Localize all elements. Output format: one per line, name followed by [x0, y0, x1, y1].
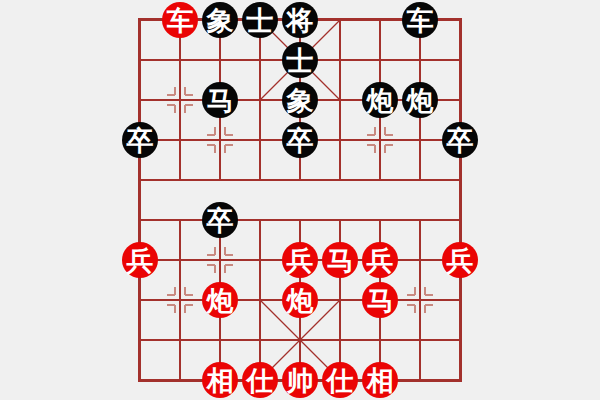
piece-red-cannon[interactable]: 炮 — [202, 282, 238, 318]
piece-black-general[interactable]: 将 — [282, 2, 318, 38]
piece-black-elephant[interactable]: 象 — [282, 82, 318, 118]
piece-black-advisor[interactable]: 士 — [282, 42, 318, 78]
piece-red-advisor[interactable]: 仕 — [242, 362, 278, 398]
piece-red-cannon[interactable]: 炮 — [282, 282, 318, 318]
piece-black-soldier[interactable]: 卒 — [122, 122, 158, 158]
piece-red-soldier[interactable]: 兵 — [442, 242, 478, 278]
piece-red-horse[interactable]: 马 — [322, 242, 358, 278]
xiangqi-screenshot: 车象士将车士马象炮炮卒卒卒卒兵兵马兵兵炮炮马相仕帅仕相 — [0, 0, 600, 400]
piece-red-chariot[interactable]: 车 — [162, 2, 198, 38]
piece-red-elephant[interactable]: 相 — [202, 362, 238, 398]
piece-red-soldier[interactable]: 兵 — [282, 242, 318, 278]
piece-black-horse[interactable]: 马 — [202, 82, 238, 118]
piece-red-soldier[interactable]: 兵 — [122, 242, 158, 278]
piece-red-horse[interactable]: 马 — [362, 282, 398, 318]
piece-black-soldier[interactable]: 卒 — [282, 122, 318, 158]
piece-black-cannon[interactable]: 炮 — [402, 82, 438, 118]
piece-red-elephant[interactable]: 相 — [362, 362, 398, 398]
piece-red-soldier[interactable]: 兵 — [362, 242, 398, 278]
piece-black-elephant[interactable]: 象 — [202, 2, 238, 38]
piece-red-general[interactable]: 帅 — [282, 362, 318, 398]
piece-black-soldier[interactable]: 卒 — [202, 202, 238, 238]
piece-black-advisor[interactable]: 士 — [242, 2, 278, 38]
piece-red-advisor[interactable]: 仕 — [322, 362, 358, 398]
piece-black-cannon[interactable]: 炮 — [362, 82, 398, 118]
piece-black-chariot[interactable]: 车 — [402, 2, 438, 38]
piece-black-soldier[interactable]: 卒 — [442, 122, 478, 158]
